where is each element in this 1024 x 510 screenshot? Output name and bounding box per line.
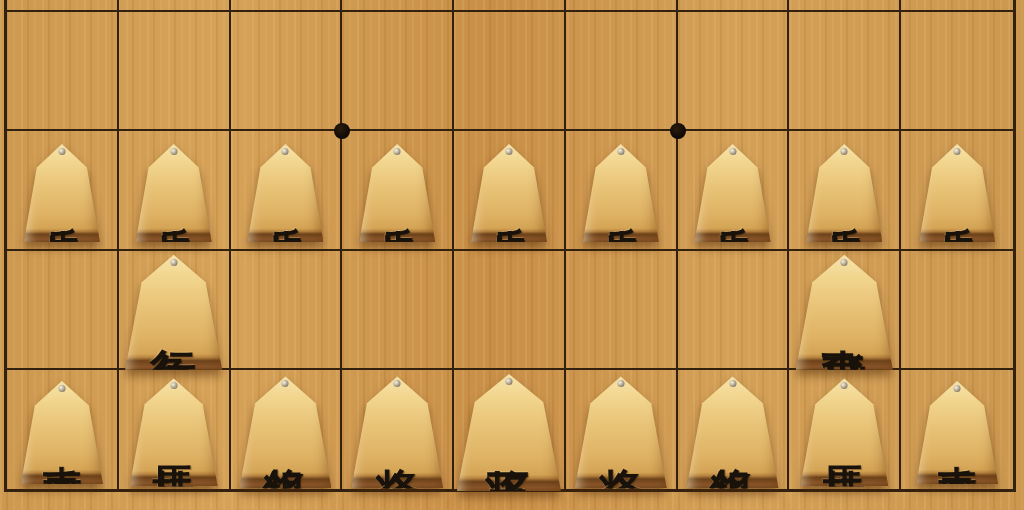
- piece-face: 王将: [457, 374, 561, 491]
- square-48[interactable]: [566, 251, 678, 370]
- square-89[interactable]: 桂馬: [119, 370, 231, 489]
- piece-face: 歩兵: [136, 144, 212, 242]
- piece-face: 香車: [21, 381, 103, 484]
- square-75[interactable]: [231, 0, 343, 12]
- piece-pawn-67[interactable]: 歩兵: [359, 144, 435, 242]
- piece-face: 金将: [351, 376, 443, 488]
- piece-face: 飛車: [796, 255, 893, 370]
- square-56[interactable]: [454, 12, 566, 131]
- square-26[interactable]: [789, 12, 901, 131]
- square-99[interactable]: 香車: [7, 370, 119, 489]
- square-97[interactable]: 歩兵: [7, 131, 119, 250]
- square-79[interactable]: 銀将: [231, 370, 343, 489]
- piece-pawn-47[interactable]: 歩兵: [583, 144, 659, 242]
- square-78[interactable]: [231, 251, 343, 370]
- piece-knight-89[interactable]: 桂馬: [130, 378, 218, 486]
- piece-pawn-97[interactable]: 歩兵: [24, 144, 100, 242]
- piece-face: 金将: [575, 376, 667, 488]
- piece-face: 角行: [125, 255, 222, 370]
- piece-pawn-87[interactable]: 歩兵: [136, 144, 212, 242]
- piece-gold-49[interactable]: 金将: [575, 376, 667, 488]
- square-18[interactable]: [901, 251, 1013, 370]
- square-58[interactable]: [454, 251, 566, 370]
- piece-face: 銀将: [239, 376, 331, 488]
- square-16[interactable]: [901, 12, 1013, 131]
- square-35[interactable]: [678, 0, 790, 12]
- square-77[interactable]: 歩兵: [231, 131, 343, 250]
- piece-knight-29[interactable]: 桂馬: [800, 378, 888, 486]
- piece-face: 歩兵: [806, 144, 882, 242]
- square-88[interactable]: 角行: [119, 251, 231, 370]
- square-37[interactable]: 歩兵: [678, 131, 790, 250]
- square-95[interactable]: [7, 0, 119, 12]
- piece-face: 歩兵: [24, 144, 100, 242]
- piece-pawn-57[interactable]: 歩兵: [471, 144, 547, 242]
- square-66[interactable]: [342, 12, 454, 131]
- square-65[interactable]: [342, 0, 454, 12]
- square-76[interactable]: [231, 12, 343, 131]
- square-68[interactable]: [342, 251, 454, 370]
- square-49[interactable]: 金将: [566, 370, 678, 489]
- piece-face: 桂馬: [130, 378, 218, 486]
- square-57[interactable]: 歩兵: [454, 131, 566, 250]
- square-19[interactable]: 香車: [901, 370, 1013, 489]
- piece-silver-79[interactable]: 銀将: [239, 376, 331, 488]
- piece-face: 歩兵: [919, 144, 995, 242]
- piece-silver-39[interactable]: 銀将: [687, 376, 779, 488]
- hoshi-star-point-left: [334, 123, 350, 139]
- shogi-app-screen: 歩兵 歩兵 歩兵 歩兵 歩兵 歩兵 歩兵 歩兵 歩兵 角行: [0, 0, 1024, 510]
- piece-pawn-37[interactable]: 歩兵: [695, 144, 771, 242]
- square-36[interactable]: [678, 12, 790, 131]
- square-87[interactable]: 歩兵: [119, 131, 231, 250]
- hoshi-star-point-right: [670, 123, 686, 139]
- piece-face: 歩兵: [247, 144, 323, 242]
- square-98[interactable]: [7, 251, 119, 370]
- square-25[interactable]: [789, 0, 901, 12]
- square-38[interactable]: [678, 251, 790, 370]
- piece-pawn-27[interactable]: 歩兵: [806, 144, 882, 242]
- piece-king-59[interactable]: 王将: [457, 374, 561, 491]
- square-47[interactable]: 歩兵: [566, 131, 678, 250]
- square-29[interactable]: 桂馬: [789, 370, 901, 489]
- piece-lance-19[interactable]: 香車: [916, 381, 998, 484]
- square-85[interactable]: [119, 0, 231, 12]
- piece-face: 桂馬: [800, 378, 888, 486]
- square-46[interactable]: [566, 12, 678, 131]
- square-17[interactable]: 歩兵: [901, 131, 1013, 250]
- shogi-board: 歩兵 歩兵 歩兵 歩兵 歩兵 歩兵 歩兵 歩兵 歩兵 角行: [4, 0, 1016, 492]
- square-67[interactable]: 歩兵: [342, 131, 454, 250]
- piece-face: 歩兵: [583, 144, 659, 242]
- piece-face: 歩兵: [471, 144, 547, 242]
- square-15[interactable]: [901, 0, 1013, 12]
- piece-gold-69[interactable]: 金将: [351, 376, 443, 488]
- square-27[interactable]: 歩兵: [789, 131, 901, 250]
- square-59[interactable]: 王将: [454, 370, 566, 489]
- piece-bishop-88[interactable]: 角行: [125, 255, 222, 370]
- piece-lance-99[interactable]: 香車: [21, 381, 103, 484]
- piece-rook-28[interactable]: 飛車: [796, 255, 893, 370]
- piece-pawn-77[interactable]: 歩兵: [247, 144, 323, 242]
- piece-face: 歩兵: [359, 144, 435, 242]
- square-28[interactable]: 飛車: [789, 251, 901, 370]
- square-86[interactable]: [119, 12, 231, 131]
- piece-face: 歩兵: [695, 144, 771, 242]
- piece-pawn-17[interactable]: 歩兵: [919, 144, 995, 242]
- square-69[interactable]: 金将: [342, 370, 454, 489]
- square-55[interactable]: [454, 0, 566, 12]
- square-45[interactable]: [566, 0, 678, 12]
- square-39[interactable]: 銀将: [678, 370, 790, 489]
- square-96[interactable]: [7, 12, 119, 131]
- piece-face: 香車: [916, 381, 998, 484]
- piece-face: 銀将: [687, 376, 779, 488]
